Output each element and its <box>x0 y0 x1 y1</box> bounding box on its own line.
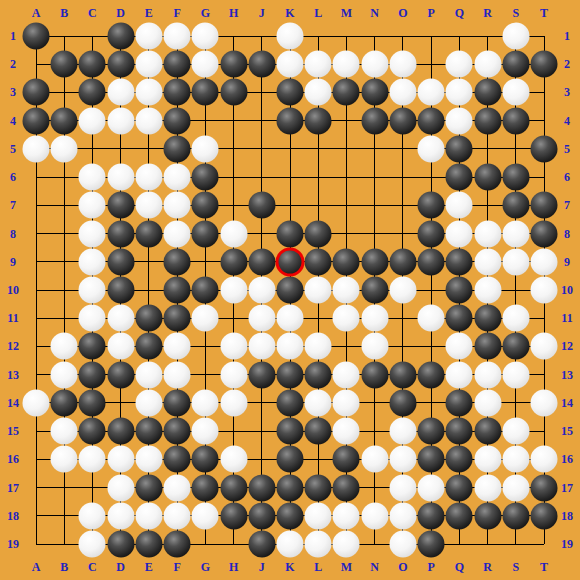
black-stone[interactable] <box>164 51 191 78</box>
black-stone[interactable] <box>23 23 50 50</box>
left-coordinate-label: 5 <box>10 143 16 155</box>
bottom-coordinate-label: R <box>483 561 492 573</box>
white-stone[interactable] <box>418 79 445 106</box>
black-stone[interactable] <box>248 531 275 558</box>
black-stone[interactable] <box>79 79 106 106</box>
white-stone[interactable] <box>51 418 78 445</box>
right-coordinate-label: 19 <box>561 538 573 550</box>
white-stone[interactable] <box>333 305 360 332</box>
white-stone[interactable] <box>361 502 388 529</box>
white-stone[interactable] <box>502 305 529 332</box>
white-stone[interactable] <box>446 79 473 106</box>
white-stone[interactable] <box>361 333 388 360</box>
black-stone[interactable] <box>446 164 473 191</box>
white-stone[interactable] <box>305 389 332 416</box>
black-stone[interactable] <box>220 248 247 275</box>
white-stone[interactable] <box>79 502 106 529</box>
bottom-coordinate-label: S <box>512 561 519 573</box>
black-stone[interactable] <box>107 248 134 275</box>
right-coordinate-label: 4 <box>564 115 570 127</box>
white-stone[interactable] <box>51 333 78 360</box>
white-stone[interactable] <box>220 361 247 388</box>
white-stone[interactable] <box>389 474 416 501</box>
black-stone[interactable] <box>502 333 529 360</box>
black-stone[interactable] <box>277 446 304 473</box>
black-stone[interactable] <box>107 220 134 247</box>
white-stone[interactable] <box>277 333 304 360</box>
right-coordinate-label: 11 <box>561 312 572 324</box>
white-stone[interactable] <box>135 502 162 529</box>
black-stone[interactable] <box>107 531 134 558</box>
black-stone[interactable] <box>305 248 332 275</box>
top-coordinate-label: F <box>173 7 180 19</box>
black-stone[interactable] <box>474 418 501 445</box>
white-stone[interactable] <box>135 192 162 219</box>
white-stone[interactable] <box>135 389 162 416</box>
white-stone[interactable] <box>107 107 134 134</box>
black-stone[interactable] <box>135 418 162 445</box>
black-stone[interactable] <box>79 361 106 388</box>
right-coordinate-label: 7 <box>564 199 570 211</box>
white-stone[interactable] <box>502 474 529 501</box>
white-stone[interactable] <box>79 164 106 191</box>
left-coordinate-label: 16 <box>7 453 19 465</box>
black-stone[interactable] <box>277 474 304 501</box>
black-stone[interactable] <box>248 51 275 78</box>
black-stone[interactable] <box>135 531 162 558</box>
black-stone[interactable] <box>418 248 445 275</box>
black-stone[interactable] <box>79 51 106 78</box>
white-stone[interactable] <box>135 361 162 388</box>
bottom-coordinate-label: L <box>314 561 322 573</box>
white-stone[interactable] <box>446 361 473 388</box>
go-board[interactable]: AABBCCDDEEFFGGHHJJKKLLMMNNOOPPQQRRSSTT11… <box>0 0 580 580</box>
top-coordinate-label: D <box>116 7 125 19</box>
white-stone[interactable] <box>192 51 219 78</box>
black-stone[interactable] <box>248 474 275 501</box>
black-stone[interactable] <box>531 502 558 529</box>
white-stone[interactable] <box>192 305 219 332</box>
white-stone[interactable] <box>502 361 529 388</box>
black-stone[interactable] <box>164 248 191 275</box>
white-stone[interactable] <box>107 446 134 473</box>
white-stone[interactable] <box>164 192 191 219</box>
black-stone[interactable] <box>531 192 558 219</box>
black-stone[interactable] <box>277 277 304 304</box>
white-stone[interactable] <box>51 361 78 388</box>
black-stone[interactable] <box>305 220 332 247</box>
black-stone[interactable] <box>333 474 360 501</box>
black-stone[interactable] <box>531 51 558 78</box>
white-stone[interactable] <box>333 389 360 416</box>
black-stone[interactable] <box>192 474 219 501</box>
black-stone[interactable] <box>446 474 473 501</box>
white-stone[interactable] <box>164 502 191 529</box>
black-stone[interactable] <box>248 192 275 219</box>
white-stone[interactable] <box>51 446 78 473</box>
top-coordinate-label: Q <box>455 7 464 19</box>
black-stone[interactable] <box>305 107 332 134</box>
black-stone[interactable] <box>23 79 50 106</box>
white-stone[interactable] <box>389 531 416 558</box>
white-stone[interactable] <box>220 389 247 416</box>
black-stone[interactable] <box>502 107 529 134</box>
white-stone[interactable] <box>164 333 191 360</box>
white-stone[interactable] <box>474 248 501 275</box>
black-stone[interactable] <box>305 418 332 445</box>
white-stone[interactable] <box>79 248 106 275</box>
white-stone[interactable] <box>474 51 501 78</box>
top-coordinate-label: P <box>427 7 434 19</box>
black-stone[interactable] <box>248 361 275 388</box>
top-coordinate-label: A <box>32 7 41 19</box>
black-stone[interactable] <box>192 79 219 106</box>
black-stone[interactable] <box>107 23 134 50</box>
black-stone[interactable] <box>277 361 304 388</box>
black-stone[interactable] <box>361 248 388 275</box>
white-stone[interactable] <box>164 164 191 191</box>
black-stone[interactable] <box>446 248 473 275</box>
left-coordinate-label: 9 <box>10 256 16 268</box>
white-stone[interactable] <box>502 220 529 247</box>
black-stone[interactable] <box>474 164 501 191</box>
white-stone[interactable] <box>418 305 445 332</box>
left-coordinate-label: 12 <box>7 340 19 352</box>
white-stone[interactable] <box>361 51 388 78</box>
black-stone[interactable] <box>446 446 473 473</box>
left-coordinate-label: 19 <box>7 538 19 550</box>
black-stone[interactable] <box>361 361 388 388</box>
white-stone[interactable] <box>107 474 134 501</box>
black-stone[interactable] <box>446 305 473 332</box>
white-stone[interactable] <box>220 446 247 473</box>
black-stone[interactable] <box>192 192 219 219</box>
white-stone[interactable] <box>164 361 191 388</box>
white-stone[interactable] <box>79 107 106 134</box>
black-stone[interactable] <box>220 474 247 501</box>
black-stone[interactable] <box>531 220 558 247</box>
black-stone[interactable] <box>389 107 416 134</box>
black-stone[interactable] <box>107 418 134 445</box>
white-stone[interactable] <box>164 220 191 247</box>
black-stone[interactable] <box>418 418 445 445</box>
white-stone[interactable] <box>305 79 332 106</box>
left-coordinate-label: 18 <box>7 510 19 522</box>
white-stone[interactable] <box>531 277 558 304</box>
black-stone[interactable] <box>51 389 78 416</box>
left-coordinate-label: 10 <box>7 284 19 296</box>
right-coordinate-label: 18 <box>561 510 573 522</box>
white-stone[interactable] <box>502 248 529 275</box>
black-stone[interactable] <box>502 502 529 529</box>
right-coordinate-label: 1 <box>564 30 570 42</box>
white-stone[interactable] <box>192 135 219 162</box>
bottom-coordinate-label: N <box>370 561 379 573</box>
white-stone[interactable] <box>220 220 247 247</box>
white-stone[interactable] <box>446 192 473 219</box>
white-stone[interactable] <box>23 389 50 416</box>
white-stone[interactable] <box>220 277 247 304</box>
white-stone[interactable] <box>333 361 360 388</box>
white-stone[interactable] <box>277 305 304 332</box>
black-stone[interactable] <box>164 305 191 332</box>
black-stone[interactable] <box>474 333 501 360</box>
right-coordinate-label: 17 <box>561 482 573 494</box>
black-stone[interactable] <box>446 502 473 529</box>
black-stone[interactable] <box>164 277 191 304</box>
white-stone[interactable] <box>502 23 529 50</box>
black-stone[interactable] <box>51 107 78 134</box>
white-stone[interactable] <box>277 23 304 50</box>
black-stone[interactable] <box>220 502 247 529</box>
top-coordinate-label: E <box>145 7 153 19</box>
black-stone[interactable] <box>333 79 360 106</box>
white-stone[interactable] <box>135 107 162 134</box>
bottom-coordinate-label: O <box>398 561 407 573</box>
black-stone[interactable] <box>135 333 162 360</box>
right-coordinate-label: 3 <box>564 86 570 98</box>
black-stone[interactable] <box>277 220 304 247</box>
white-stone[interactable] <box>248 305 275 332</box>
black-stone[interactable] <box>305 474 332 501</box>
white-stone[interactable] <box>107 333 134 360</box>
left-coordinate-label: 6 <box>10 171 16 183</box>
black-stone[interactable] <box>164 418 191 445</box>
black-stone[interactable] <box>502 164 529 191</box>
white-stone[interactable] <box>389 502 416 529</box>
white-stone[interactable] <box>79 277 106 304</box>
right-coordinate-label: 5 <box>564 143 570 155</box>
black-stone[interactable] <box>305 361 332 388</box>
white-stone[interactable] <box>135 51 162 78</box>
black-stone[interactable] <box>79 418 106 445</box>
black-stone[interactable] <box>361 277 388 304</box>
black-stone[interactable] <box>164 446 191 473</box>
black-stone[interactable] <box>248 502 275 529</box>
white-stone[interactable] <box>389 277 416 304</box>
white-stone[interactable] <box>79 192 106 219</box>
black-stone[interactable] <box>192 164 219 191</box>
left-coordinate-label: 13 <box>7 369 19 381</box>
black-stone[interactable] <box>220 51 247 78</box>
white-stone[interactable] <box>164 474 191 501</box>
black-stone[interactable] <box>164 389 191 416</box>
black-stone[interactable] <box>164 107 191 134</box>
black-stone[interactable] <box>361 79 388 106</box>
black-stone[interactable] <box>474 502 501 529</box>
white-stone[interactable] <box>389 79 416 106</box>
white-stone[interactable] <box>79 446 106 473</box>
white-stone[interactable] <box>305 333 332 360</box>
black-stone[interactable] <box>502 192 529 219</box>
white-stone[interactable] <box>107 79 134 106</box>
white-stone[interactable] <box>502 418 529 445</box>
black-stone[interactable] <box>164 531 191 558</box>
white-stone[interactable] <box>446 51 473 78</box>
white-stone[interactable] <box>333 418 360 445</box>
black-stone[interactable] <box>277 107 304 134</box>
white-stone[interactable] <box>135 446 162 473</box>
white-stone[interactable] <box>192 23 219 50</box>
white-stone[interactable] <box>446 220 473 247</box>
black-stone[interactable] <box>389 361 416 388</box>
right-coordinate-label: 16 <box>561 453 573 465</box>
white-stone[interactable] <box>474 361 501 388</box>
top-coordinate-label: O <box>398 7 407 19</box>
bottom-coordinate-label: F <box>173 561 180 573</box>
white-stone[interactable] <box>474 389 501 416</box>
white-stone[interactable] <box>107 305 134 332</box>
black-stone[interactable] <box>164 135 191 162</box>
white-stone[interactable] <box>361 305 388 332</box>
black-stone[interactable] <box>277 418 304 445</box>
white-stone[interactable] <box>305 531 332 558</box>
bottom-coordinate-label: D <box>116 561 125 573</box>
black-stone[interactable] <box>135 474 162 501</box>
left-coordinate-label: 15 <box>7 425 19 437</box>
white-stone[interactable] <box>531 446 558 473</box>
white-stone[interactable] <box>135 164 162 191</box>
top-coordinate-label: H <box>229 7 238 19</box>
white-stone[interactable] <box>23 135 50 162</box>
right-coordinate-label: 12 <box>561 340 573 352</box>
white-stone[interactable] <box>79 305 106 332</box>
black-stone[interactable] <box>277 79 304 106</box>
black-stone[interactable] <box>220 79 247 106</box>
black-stone[interactable] <box>418 531 445 558</box>
white-stone[interactable] <box>135 23 162 50</box>
white-stone[interactable] <box>418 135 445 162</box>
black-stone[interactable] <box>23 107 50 134</box>
top-coordinate-label: R <box>483 7 492 19</box>
white-stone[interactable] <box>474 220 501 247</box>
black-stone[interactable] <box>333 248 360 275</box>
white-stone[interactable] <box>446 107 473 134</box>
last-move-marker <box>276 247 305 276</box>
white-stone[interactable] <box>220 333 247 360</box>
white-stone[interactable] <box>446 333 473 360</box>
left-coordinate-label: 3 <box>10 86 16 98</box>
black-stone[interactable] <box>107 192 134 219</box>
white-stone[interactable] <box>305 502 332 529</box>
black-stone[interactable] <box>107 277 134 304</box>
left-coordinate-label: 8 <box>10 228 16 240</box>
black-stone[interactable] <box>135 305 162 332</box>
white-stone[interactable] <box>389 418 416 445</box>
black-stone[interactable] <box>418 220 445 247</box>
black-stone[interactable] <box>418 502 445 529</box>
go-app-window: AABBCCDDEEFFGGHHJJKKLLMMNNOOPPQQRRSSTT11… <box>0 0 580 580</box>
white-stone[interactable] <box>333 51 360 78</box>
white-stone[interactable] <box>305 51 332 78</box>
white-stone[interactable] <box>531 333 558 360</box>
white-stone[interactable] <box>333 277 360 304</box>
black-stone[interactable] <box>107 361 134 388</box>
white-stone[interactable] <box>502 446 529 473</box>
black-stone[interactable] <box>277 502 304 529</box>
white-stone[interactable] <box>361 446 388 473</box>
black-stone[interactable] <box>333 446 360 473</box>
black-stone[interactable] <box>164 79 191 106</box>
white-stone[interactable] <box>107 502 134 529</box>
white-stone[interactable] <box>192 389 219 416</box>
top-coordinate-label: J <box>259 7 265 19</box>
white-stone[interactable] <box>531 248 558 275</box>
right-coordinate-label: 8 <box>564 228 570 240</box>
white-stone[interactable] <box>333 531 360 558</box>
white-stone[interactable] <box>389 51 416 78</box>
top-coordinate-label: B <box>60 7 68 19</box>
black-stone[interactable] <box>192 220 219 247</box>
white-stone[interactable] <box>107 164 134 191</box>
white-stone[interactable] <box>333 502 360 529</box>
black-stone[interactable] <box>192 446 219 473</box>
white-stone[interactable] <box>192 418 219 445</box>
black-stone[interactable] <box>389 248 416 275</box>
black-stone[interactable] <box>531 474 558 501</box>
black-stone[interactable] <box>361 107 388 134</box>
black-stone[interactable] <box>79 333 106 360</box>
black-stone[interactable] <box>418 107 445 134</box>
black-stone[interactable] <box>192 277 219 304</box>
white-stone[interactable] <box>248 277 275 304</box>
black-stone[interactable] <box>446 135 473 162</box>
white-stone[interactable] <box>418 474 445 501</box>
white-stone[interactable] <box>531 389 558 416</box>
black-stone[interactable] <box>135 220 162 247</box>
black-stone[interactable] <box>51 51 78 78</box>
black-stone[interactable] <box>389 389 416 416</box>
white-stone[interactable] <box>389 446 416 473</box>
white-stone[interactable] <box>474 474 501 501</box>
black-stone[interactable] <box>474 107 501 134</box>
black-stone[interactable] <box>79 389 106 416</box>
right-coordinate-label: 13 <box>561 369 573 381</box>
white-stone[interactable] <box>277 51 304 78</box>
black-stone[interactable] <box>418 361 445 388</box>
bottom-coordinate-label: P <box>427 561 434 573</box>
black-stone[interactable] <box>107 51 134 78</box>
white-stone[interactable] <box>192 502 219 529</box>
black-stone[interactable] <box>446 277 473 304</box>
white-stone[interactable] <box>164 23 191 50</box>
white-stone[interactable] <box>305 277 332 304</box>
black-stone[interactable] <box>531 135 558 162</box>
bottom-coordinate-label: A <box>32 561 41 573</box>
white-stone[interactable] <box>502 79 529 106</box>
black-stone[interactable] <box>418 192 445 219</box>
black-stone[interactable] <box>248 248 275 275</box>
bottom-coordinate-label: E <box>145 561 153 573</box>
white-stone[interactable] <box>51 135 78 162</box>
white-stone[interactable] <box>248 333 275 360</box>
black-stone[interactable] <box>277 389 304 416</box>
black-stone[interactable] <box>502 51 529 78</box>
right-coordinate-label: 10 <box>561 284 573 296</box>
white-stone[interactable] <box>277 531 304 558</box>
white-stone[interactable] <box>79 220 106 247</box>
white-stone[interactable] <box>79 531 106 558</box>
black-stone[interactable] <box>474 305 501 332</box>
bottom-coordinate-label: J <box>259 561 265 573</box>
white-stone[interactable] <box>135 79 162 106</box>
black-stone[interactable] <box>446 389 473 416</box>
black-stone[interactable] <box>474 79 501 106</box>
black-stone[interactable] <box>418 446 445 473</box>
white-stone[interactable] <box>474 446 501 473</box>
white-stone[interactable] <box>474 277 501 304</box>
black-stone[interactable] <box>446 418 473 445</box>
